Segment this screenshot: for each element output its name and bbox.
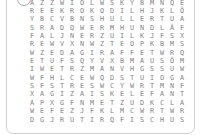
grid-cell-r3c16[interactable]: A (177, 15, 187, 23)
grid-cell-r5c7[interactable]: R (87, 32, 97, 40)
grid-cell-r9c1[interactable]: I (27, 65, 37, 73)
word-search-grid: AZZWIOLWSKYBMNQEREEKROKODILHJKLÖYBCVBNSH… (27, 0, 187, 124)
grid-cell-r12c13[interactable]: F (147, 90, 157, 98)
grid-cell-r9c8[interactable]: A (97, 65, 107, 73)
grid-cell-r3c7[interactable]: S (87, 15, 97, 23)
grid-cell-r8c16[interactable]: M (177, 57, 187, 65)
grid-cell-r6c11[interactable]: O (127, 40, 137, 48)
grid-cell-r7c9[interactable]: A (107, 49, 117, 57)
grid-cell-r15c16[interactable]: S (177, 116, 187, 124)
grid-cell-r6c16[interactable]: S (177, 40, 187, 48)
grid-cell-r6c10[interactable]: E (117, 40, 127, 48)
grid-cell-r8c7[interactable]: Y (87, 57, 97, 65)
grid-cell-r12c15[interactable]: N (167, 90, 177, 98)
grid-cell-r12c1[interactable]: X (27, 90, 37, 98)
grid-cell-r12c8[interactable]: S (97, 90, 107, 98)
grid-cell-r11c15[interactable]: N (167, 82, 177, 90)
grid-cell-r1c6[interactable]: O (77, 0, 87, 7)
grid-cell-r4c5[interactable]: Q (67, 24, 77, 32)
grid-cell-r3c4[interactable]: V (57, 15, 67, 23)
grid-cell-r2c12[interactable]: H (137, 7, 147, 15)
grid-cell-r15c6[interactable]: T (77, 116, 87, 124)
grid-cell-r13c7[interactable]: M (87, 99, 97, 107)
grid-cell-r4c12[interactable]: N (137, 24, 147, 32)
grid-cell-r11c1[interactable]: S (27, 82, 37, 90)
grid-cell-r13c1[interactable]: A (27, 99, 37, 107)
grid-cell-r8c1[interactable]: E (27, 57, 37, 65)
grid-cell-r1c7[interactable]: L (87, 0, 97, 7)
grid-cell-r1c9[interactable]: S (107, 0, 117, 7)
grid-cell-r13c13[interactable]: K (147, 99, 157, 107)
grid-cell-r11c3[interactable]: S (47, 82, 57, 90)
grid-cell-r10c1[interactable]: W (27, 74, 37, 82)
grid-cell-r14c4[interactable]: E (57, 107, 67, 115)
grid-cell-r9c12[interactable]: G (137, 65, 147, 73)
grid-cell-r2c10[interactable]: I (117, 7, 127, 15)
grid-cell-r12c14[interactable]: A (157, 90, 167, 98)
grid-cell-r11c16[interactable]: F (177, 82, 187, 90)
grid-cell-r5c2[interactable]: A (37, 32, 47, 40)
grid-cell-r8c12[interactable]: A (137, 57, 147, 65)
grid-cell-r1c8[interactable]: W (97, 0, 107, 7)
grid-cell-r14c13[interactable]: R (147, 107, 157, 115)
grid-cell-r8c8[interactable]: V (97, 57, 107, 65)
grid-cell-r5c1[interactable]: F (27, 32, 37, 40)
grid-cell-r7c8[interactable]: R (97, 49, 107, 57)
grid-cell-r11c8[interactable]: W (97, 82, 107, 90)
grid-cell-r4c14[interactable]: L (157, 24, 167, 32)
grid-cell-r9c15[interactable]: U (167, 65, 177, 73)
grid-cell-r2c13[interactable]: J (147, 7, 157, 15)
grid-cell-r6c5[interactable]: X (67, 40, 77, 48)
grid-cell-r14c5[interactable]: Z (67, 107, 77, 115)
grid-cell-r6c8[interactable]: Z (97, 40, 107, 48)
grid-cell-r13c4[interactable]: G (57, 99, 67, 107)
grid-cell-r9c4[interactable]: T (57, 65, 67, 73)
grid-cell-r5c12[interactable]: K (137, 32, 147, 40)
grid-cell-r5c3[interactable]: L (47, 32, 57, 40)
grid-cell-r8c15[interactable]: Ö (167, 57, 177, 65)
grid-cell-r7c13[interactable]: T (147, 49, 157, 57)
grid-cell-r3c12[interactable]: E (137, 15, 147, 23)
grid-cell-r3c5[interactable]: B (67, 15, 77, 23)
grid-cell-r6c4[interactable]: V (57, 40, 67, 48)
grid-cell-r12c12[interactable]: E (137, 90, 147, 98)
grid-cell-r9c13[interactable]: S (147, 65, 157, 73)
grid-cell-r1c12[interactable]: B (137, 0, 147, 7)
grid-cell-r1c5[interactable]: I (67, 0, 77, 7)
grid-cell-r2c11[interactable]: L (127, 7, 137, 15)
grid-cell-r5c11[interactable]: L (127, 32, 137, 40)
grid-cell-r10c13[interactable]: I (147, 74, 157, 82)
grid-cell-r14c14[interactable]: T (157, 107, 167, 115)
grid-cell-r1c2[interactable]: Z (37, 0, 47, 7)
grid-cell-r10c8[interactable]: Q (97, 74, 107, 82)
grid-cell-r3c8[interactable]: H (97, 15, 107, 23)
grid-cell-r9c16[interactable]: W (177, 65, 187, 73)
grid-cell-r10c9[interactable]: D (107, 74, 117, 82)
grid-cell-r4c15[interactable]: Ä (167, 24, 177, 32)
grid-cell-r7c10[interactable]: F (117, 49, 127, 57)
grid-cell-r10c11[interactable]: T (127, 74, 137, 82)
grid-cell-r11c4[interactable]: T (57, 82, 67, 90)
grid-cell-r4c4[interactable]: D (57, 24, 67, 32)
grid-cell-r1c3[interactable]: Z (47, 0, 57, 7)
grid-cell-r13c16[interactable]: A (177, 99, 187, 107)
grid-cell-r5c5[interactable]: N (67, 32, 77, 40)
grid-cell-r13c3[interactable]: X (47, 99, 57, 107)
grid-cell-r12c5[interactable]: Z (67, 90, 77, 98)
grid-cell-r9c3[interactable]: E (47, 65, 57, 73)
grid-cell-r3c13[interactable]: R (147, 15, 157, 23)
grid-cell-r7c5[interactable]: A (67, 49, 77, 57)
grid-cell-r8c10[interactable]: B (117, 57, 127, 65)
grid-cell-r7c1[interactable]: W (27, 49, 37, 57)
grid-cell-r6c12[interactable]: P (137, 40, 147, 48)
grid-cell-r13c12[interactable]: D (137, 99, 147, 107)
grid-cell-r5c9[interactable]: U (107, 32, 117, 40)
grid-cell-r3c3[interactable]: C (47, 15, 57, 23)
grid-cell-r3c9[interactable]: U (107, 15, 117, 23)
grid-cell-r5c4[interactable]: J (57, 32, 67, 40)
grid-cell-r15c5[interactable]: U (67, 116, 77, 124)
grid-cell-r11c9[interactable]: C (107, 82, 117, 90)
grid-cell-r8c6[interactable]: Q (77, 57, 87, 65)
grid-cell-r15c8[interactable]: R (97, 116, 107, 124)
grid-cell-r13c10[interactable]: Z (117, 99, 127, 107)
grid-cell-r5c16[interactable]: X (177, 32, 187, 40)
grid-cell-r15c10[interactable]: F (117, 116, 127, 124)
grid-cell-r8c3[interactable]: U (47, 57, 57, 65)
grid-cell-r2c8[interactable]: O (97, 7, 107, 15)
grid-cell-r6c1[interactable]: R (27, 40, 37, 48)
grid-cell-r6c14[interactable]: B (157, 40, 167, 48)
grid-cell-r14c12[interactable]: W (137, 107, 147, 115)
grid-cell-r11c14[interactable]: M (157, 82, 167, 90)
grid-cell-r12c7[interactable]: I (87, 90, 97, 98)
grid-cell-r5c15[interactable]: S (167, 32, 177, 40)
grid-cell-r6c15[interactable]: M (167, 40, 177, 48)
grid-cell-r2c6[interactable]: O (77, 7, 87, 15)
grid-cell-r13c15[interactable]: L (167, 99, 177, 107)
grid-cell-r9c6[interactable]: Z (77, 65, 87, 73)
grid-cell-r10c16[interactable]: A (177, 74, 187, 82)
grid-cell-r8c11[interactable]: M (127, 57, 137, 65)
grid-cell-r12c16[interactable]: T (177, 90, 187, 98)
grid-cell-r2c7[interactable]: K (87, 7, 97, 15)
grid-cell-r5c8[interactable]: Z (97, 32, 107, 40)
grid-cell-r14c15[interactable]: W (167, 107, 177, 115)
grid-cell-r14c6[interactable]: J (77, 107, 87, 115)
grid-cell-r3c11[interactable]: L (127, 15, 137, 23)
grid-cell-r10c2[interactable]: F (37, 74, 47, 82)
grid-cell-r10c14[interactable]: O (157, 74, 167, 82)
grid-cell-r4c7[interactable]: E (87, 24, 97, 32)
grid-cell-r15c15[interactable]: U (167, 116, 177, 124)
worksheet-viewport: AZZWIOLWSKYBMNQEREEKROKODILHJKLÖYBCVBNSH… (0, 0, 200, 135)
grid-cell-r14c2[interactable]: E (37, 107, 47, 115)
grid-cell-r13c14[interactable]: C (157, 99, 167, 107)
grid-cell-r11c13[interactable]: T (147, 82, 157, 90)
grid-cell-r3c6[interactable]: N (77, 15, 87, 23)
grid-cell-r9c9[interactable]: N (107, 65, 117, 73)
grid-cell-r13c5[interactable]: F (67, 99, 77, 107)
grid-cell-r3c10[interactable]: L (117, 15, 127, 23)
grid-cell-r4c2[interactable]: R (37, 24, 47, 32)
grid-cell-r2c1[interactable]: R (27, 7, 37, 15)
grid-cell-r3c15[interactable]: U (167, 15, 177, 23)
grid-cell-r11c2[interactable]: F (37, 82, 47, 90)
grid-cell-r9c2[interactable]: W (37, 65, 47, 73)
grid-cell-r4c16[interactable]: F (177, 24, 187, 32)
grid-cell-r12c6[interactable]: A (77, 90, 87, 98)
grid-cell-r4c10[interactable]: H (117, 24, 127, 32)
grid-cell-r12c9[interactable]: K (107, 90, 117, 98)
grid-cell-r7c3[interactable]: E (47, 49, 57, 57)
grid-cell-r14c8[interactable]: K (97, 107, 107, 115)
grid-cell-r6c9[interactable]: T (107, 40, 117, 48)
grid-cell-r1c15[interactable]: Q (167, 0, 177, 7)
grid-cell-r1c1[interactable]: A (27, 0, 37, 7)
grid-cell-r7c6[interactable]: G (77, 49, 87, 57)
grid-cell-r15c12[interactable]: S (137, 116, 147, 124)
grid-cell-r6c3[interactable]: W (47, 40, 57, 48)
grid-cell-r10c15[interactable]: G (167, 74, 177, 82)
grid-cell-r2c15[interactable]: L (167, 7, 177, 15)
grid-cell-r15c3[interactable]: J (47, 116, 57, 124)
grid-cell-r12c10[interactable]: E (117, 90, 127, 98)
grid-cell-r12c2[interactable]: A (37, 90, 47, 98)
grid-cell-r11c10[interactable]: Y (117, 82, 127, 90)
grid-cell-r1c4[interactable]: W (57, 0, 67, 7)
grid-cell-r8c2[interactable]: T (37, 57, 47, 65)
grid-cell-r3c1[interactable]: Y (27, 15, 37, 23)
grid-cell-r13c11[interactable]: U (127, 99, 137, 107)
grid-cell-r7c11[interactable]: F (127, 49, 137, 57)
grid-cell-r7c12[interactable]: E (137, 49, 147, 57)
grid-cell-r15c1[interactable]: D (27, 116, 37, 124)
grid-cell-r8c14[interactable]: S (157, 57, 167, 65)
grid-cell-r2c4[interactable]: K (57, 7, 67, 15)
grid-cell-r14c3[interactable]: F (47, 107, 57, 115)
grid-cell-r14c16[interactable]: R (177, 107, 187, 115)
grid-cell-r13c2[interactable]: P (37, 99, 47, 107)
grid-cell-r1c11[interactable]: Y (127, 0, 137, 7)
grid-cell-r13c6[interactable]: N (77, 99, 87, 107)
grid-cell-r11c7[interactable]: S (87, 82, 97, 90)
grid-cell-r4c13[interactable]: D (147, 24, 157, 32)
grid-cell-r7c16[interactable]: Q (177, 49, 187, 57)
grid-cell-r2c9[interactable]: D (107, 7, 117, 15)
grid-cell-r2c14[interactable]: K (157, 7, 167, 15)
grid-cell-r15c13[interactable]: C (147, 116, 157, 124)
grid-cell-r12c11[interactable]: L (127, 90, 137, 98)
grid-cell-r1c13[interactable]: M (147, 0, 157, 7)
grid-cell-r9c11[interactable]: H (127, 65, 137, 73)
grid-cell-r5c13[interactable]: J (147, 32, 157, 40)
grid-cell-r15c9[interactable]: Q (107, 116, 117, 124)
grid-cell-r4c6[interactable]: W (77, 24, 87, 32)
grid-cell-r11c5[interactable]: R (67, 82, 77, 90)
grid-cell-r15c14[interactable]: H (157, 116, 167, 124)
grid-cell-r2c5[interactable]: R (67, 7, 77, 15)
grid-cell-r8c9[interactable]: X (107, 57, 117, 65)
grid-cell-r4c1[interactable]: S (27, 24, 37, 32)
grid-cell-r8c5[interactable]: S (67, 57, 77, 65)
grid-cell-r2c16[interactable]: Ö (177, 7, 187, 15)
grid-cell-r9c5[interactable]: R (67, 65, 77, 73)
grid-cell-r4c11[interactable]: U (127, 24, 137, 32)
grid-cell-r11c12[interactable]: R (137, 82, 147, 90)
grid-cell-r2c2[interactable]: E (37, 7, 47, 15)
grid-cell-r10c3[interactable]: H (47, 74, 57, 82)
grid-cell-r15c2[interactable]: G (37, 116, 47, 124)
grid-cell-r15c7[interactable]: I (87, 116, 97, 124)
grid-cell-r14c11[interactable]: C (127, 107, 137, 115)
grid-cell-r14c7[interactable]: F (87, 107, 97, 115)
grid-cell-r3c14[interactable]: T (157, 15, 167, 23)
grid-cell-r7c7[interactable]: I (87, 49, 97, 57)
grid-cell-r4c3[interactable]: A (47, 24, 57, 32)
grid-cell-r4c9[interactable]: M (107, 24, 117, 32)
grid-cell-r2c3[interactable]: E (47, 7, 57, 15)
grid-cell-r5c14[interactable]: F (157, 32, 167, 40)
grid-cell-r10c6[interactable]: E (77, 74, 87, 82)
grid-cell-r14c1[interactable]: W (27, 107, 37, 115)
grid-cell-r7c4[interactable]: D (57, 49, 67, 57)
grid-cell-r6c2[interactable]: E (37, 40, 47, 48)
grid-cell-r1c16[interactable]: E (177, 0, 187, 7)
grid-cell-r9c10[interactable]: V (117, 65, 127, 73)
grid-cell-r1c10[interactable]: K (117, 0, 127, 7)
grid-cell-r10c10[interactable]: S (117, 74, 127, 82)
grid-cell-r10c4[interactable]: L (57, 74, 67, 82)
grid-cell-r11c11[interactable]: W (127, 82, 137, 90)
grid-cell-r5c10[interactable]: I (117, 32, 127, 40)
grid-cell-r11c6[interactable]: E (77, 82, 87, 90)
grid-cell-r14c10[interactable]: M (117, 107, 127, 115)
grid-cell-r10c12[interactable]: U (137, 74, 147, 82)
grid-cell-r3c2[interactable]: B (37, 15, 47, 23)
grid-cell-r1c14[interactable]: N (157, 0, 167, 7)
grid-cell-r9c14[interactable]: S (157, 65, 167, 73)
grid-cell-r8c4[interactable]: F (57, 57, 67, 65)
grid-cell-r10c5[interactable]: C (67, 74, 77, 82)
grid-cell-r7c2[interactable]: Z (37, 49, 47, 57)
grid-cell-r6c13[interactable]: K (147, 40, 157, 48)
grid-cell-r7c15[interactable]: R (167, 49, 177, 57)
grid-cell-r13c8[interactable]: E (97, 99, 107, 107)
grid-cell-r15c11[interactable]: I (127, 116, 137, 124)
grid-cell-r7c14[interactable]: W (157, 49, 167, 57)
grid-cell-r9c7[interactable]: M (87, 65, 97, 73)
grid-cell-r14c9[interactable]: L (107, 107, 117, 115)
grid-cell-r15c4[interactable]: R (57, 116, 67, 124)
grid-cell-r12c3[interactable]: G (47, 90, 57, 98)
grid-cell-r12c4[interactable]: I (57, 90, 67, 98)
grid-cell-r8c13[interactable]: U (147, 57, 157, 65)
grid-cell-r6c6[interactable]: N (77, 40, 87, 48)
grid-cell-r6c7[interactable]: W (87, 40, 97, 48)
grid-cell-r5c6[interactable]: E (77, 32, 87, 40)
grid-cell-r13c9[interactable]: T (107, 99, 117, 107)
grid-cell-r10c7[interactable]: W (87, 74, 97, 82)
grid-cell-r4c8[interactable]: R (97, 24, 107, 32)
